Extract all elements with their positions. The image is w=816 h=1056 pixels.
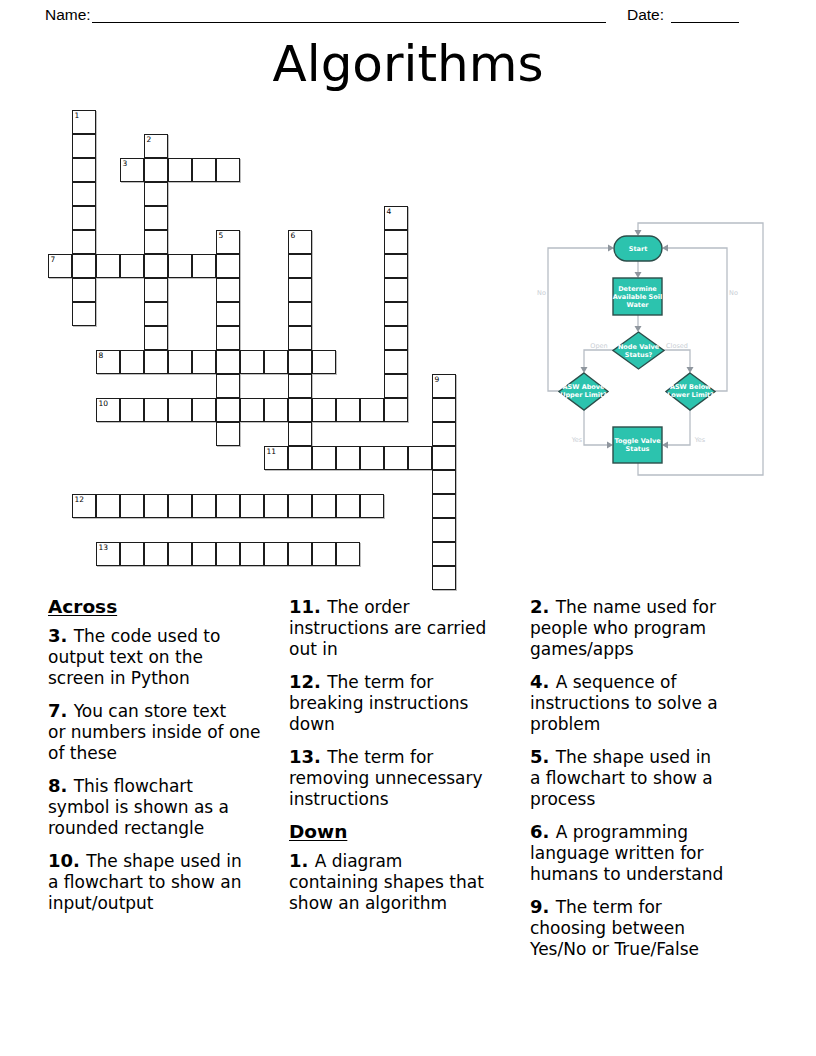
arrow-into-valve-status [635, 326, 642, 332]
clues-column-1: Across3. The code used to output text on… [48, 596, 289, 971]
grid-cell-r12c16[interactable] [432, 398, 456, 422]
connector-yes-left [584, 410, 607, 445]
grid-cell-r18c6[interactable] [192, 542, 216, 566]
clue-12-number: 12. [289, 671, 327, 692]
grid-cell-r18c5[interactable] [168, 542, 192, 566]
clue-4-text: A sequence of instructions to solve a pr… [530, 672, 718, 734]
clue-number-5: 5 [219, 231, 224, 240]
grid-cell-r6c4[interactable] [144, 254, 168, 278]
valve-status-text-line2: Status? [625, 351, 653, 359]
grid-cell-r9c7[interactable] [216, 326, 240, 350]
grid-cell-r1c1[interactable] [72, 134, 96, 158]
toggle-text-line1: Toggle Valve [614, 437, 661, 445]
grid-cell-r18c3[interactable] [120, 542, 144, 566]
clue-number-2: 2 [147, 135, 152, 144]
grid-cell-r6c7[interactable] [216, 254, 240, 278]
grid-cell-r3c4[interactable] [144, 182, 168, 206]
clue-number-11: 11 [267, 447, 277, 456]
grid-cell-r0c1[interactable]: 1 [72, 110, 96, 134]
clue-number-1: 1 [75, 111, 80, 120]
determine-text-line2: Available Soil [613, 293, 662, 301]
clue-number-13: 13 [99, 543, 109, 552]
grid-cell-r18c11[interactable] [312, 542, 336, 566]
grid-cell-r6c2[interactable] [96, 254, 120, 278]
clue-11: 11. The order instructions are carried o… [289, 596, 530, 660]
clue-number-9: 9 [435, 375, 440, 384]
start-text: Start [629, 245, 648, 253]
grid-cell-r7c4[interactable] [144, 278, 168, 302]
grid-cell-r12c13[interactable] [360, 398, 384, 422]
grid-cell-r6c0[interactable]: 7 [48, 254, 72, 278]
grid-cell-r13c10[interactable] [288, 422, 312, 446]
clue-9-number: 9. [530, 896, 556, 917]
clue-number-3: 3 [123, 159, 128, 168]
grid-cell-r10c14[interactable] [384, 350, 408, 374]
grid-cell-r6c10[interactable] [288, 254, 312, 278]
grid-cell-r9c14[interactable] [384, 326, 408, 350]
grid-cell-r9c10[interactable] [288, 326, 312, 350]
grid-cell-r14c14[interactable] [384, 446, 408, 470]
grid-cell-r4c14[interactable]: 4 [384, 206, 408, 230]
clue-number-10: 10 [99, 399, 109, 408]
grid-cell-r12c11[interactable] [312, 398, 336, 422]
clue-number-6: 6 [291, 231, 296, 240]
grid-cell-r17c16[interactable] [432, 518, 456, 542]
asw-above-text-line2: Upper Limit? [560, 391, 607, 399]
grid-cell-r16c9[interactable] [264, 494, 288, 518]
connector-no-left [548, 248, 608, 391]
closed-edge-label: Closed [666, 342, 688, 350]
no-right-edge-label: No [729, 289, 738, 297]
worksheet-page: Name: Date: Algorithms 12345678910111213 [0, 0, 816, 1056]
grid-cell-r10c10[interactable] [288, 350, 312, 374]
grid-cell-r2c4[interactable] [144, 158, 168, 182]
open-edge-label: Open [590, 342, 607, 350]
arrow-into-toggle-right [662, 442, 668, 449]
grid-cell-r5c4[interactable] [144, 230, 168, 254]
clue-8: 8. This flowchart symbol is shown as a r… [48, 775, 289, 839]
arrow-into-asw-below [687, 367, 694, 373]
date-blank-line[interactable] [671, 6, 739, 23]
grid-cell-r6c5[interactable] [168, 254, 192, 278]
grid-cell-r4c1[interactable] [72, 206, 96, 230]
clues-heading-down: Down [289, 821, 530, 842]
asw-below-text-line2: Lower Limit? [667, 391, 714, 399]
clue-5: 5. The shape used in a flowchart to show… [530, 746, 786, 810]
grid-cell-r10c5[interactable] [168, 350, 192, 374]
grid-cell-r18c7[interactable] [216, 542, 240, 566]
grid-cell-r2c6[interactable] [192, 158, 216, 182]
clue-4-number: 4. [530, 671, 556, 692]
grid-cell-r18c10[interactable] [288, 542, 312, 566]
yes-left-edge-label: Yes [571, 436, 583, 444]
grid-cell-r10c7[interactable] [216, 350, 240, 374]
determine-text-line1: Determine [618, 285, 657, 293]
clue-3: 3. The code used to output text on the s… [48, 625, 289, 689]
grid-cell-r18c16[interactable] [432, 542, 456, 566]
grid-cell-r12c10[interactable] [288, 398, 312, 422]
grid-cell-r13c16[interactable] [432, 422, 456, 446]
clue-8-text: This flowchart symbol is shown as a roun… [48, 776, 229, 838]
clue-number-4: 4 [387, 207, 392, 216]
grid-cell-r8c4[interactable] [144, 302, 168, 326]
arrow-into-start-right [662, 245, 668, 252]
grid-cell-r16c4[interactable] [144, 494, 168, 518]
clue-3-text: The code used to output text on the scre… [48, 626, 220, 688]
name-label: Name: [45, 6, 91, 24]
grid-cell-r2c3[interactable]: 3 [120, 158, 144, 182]
toggle-text-line2: Status [626, 445, 650, 453]
grid-cell-r15c16[interactable] [432, 470, 456, 494]
grid-cell-r11c16[interactable]: 9 [432, 374, 456, 398]
grid-cell-r12c4[interactable] [144, 398, 168, 422]
grid-cell-r16c8[interactable] [240, 494, 264, 518]
flowchart-image: Start Determine Available Soil Water Nod… [531, 218, 771, 480]
clue-1-text: A diagram containing shapes that show an… [289, 851, 484, 913]
grid-cell-r14c9[interactable]: 11 [264, 446, 288, 470]
clue-2-text: The name used for people who program gam… [530, 597, 716, 659]
clue-6: 6. A programming language written for hu… [530, 821, 786, 885]
connector-open-branch [584, 350, 614, 367]
clues-column-3: 2. The name used for people who program … [530, 596, 786, 971]
grid-cell-r16c7[interactable] [216, 494, 240, 518]
grid-cell-r5c14[interactable] [384, 230, 408, 254]
grid-cell-r12c14[interactable] [384, 398, 408, 422]
grid-cell-r8c1[interactable] [72, 302, 96, 326]
grid-cell-r10c6[interactable] [192, 350, 216, 374]
grid-cell-r12c9[interactable] [264, 398, 288, 422]
clue-3-number: 3. [48, 625, 74, 646]
clue-number-7: 7 [51, 255, 56, 264]
grid-cell-r7c10[interactable] [288, 278, 312, 302]
clue-2-number: 2. [530, 596, 556, 617]
clues-column-2: 11. The order instructions are carried o… [289, 596, 530, 971]
grid-cell-r8c10[interactable] [288, 302, 312, 326]
clue-7-number: 7. [48, 700, 74, 721]
grid-cell-r6c14[interactable] [384, 254, 408, 278]
connector-closed-branch [663, 350, 690, 367]
clue-5-number: 5. [530, 746, 556, 767]
crossword-grid: 12345678910111213 [48, 110, 456, 590]
grid-cell-r18c2[interactable]: 13 [96, 542, 120, 566]
clues-heading-across: Across [48, 596, 289, 617]
arrow-into-determine [635, 272, 642, 278]
grid-cell-r5c1[interactable] [72, 230, 96, 254]
grid-cell-r12c8[interactable] [240, 398, 264, 422]
grid-cell-r6c1[interactable] [72, 254, 96, 278]
grid-cell-r2c5[interactable] [168, 158, 192, 182]
grid-cell-r3c1[interactable] [72, 182, 96, 206]
grid-cell-r18c9[interactable] [264, 542, 288, 566]
grid-cell-r16c16[interactable] [432, 494, 456, 518]
clue-11-number: 11. [289, 596, 327, 617]
clue-12: 12. The term for breaking instructions d… [289, 671, 530, 735]
page-title: Algorithms [0, 38, 816, 90]
grid-cell-r10c9[interactable] [264, 350, 288, 374]
grid-cell-r11c10[interactable] [288, 374, 312, 398]
grid-cell-r11c14[interactable] [384, 374, 408, 398]
grid-cell-r11c7[interactable] [216, 374, 240, 398]
grid-cell-r2c7[interactable] [216, 158, 240, 182]
grid-cell-r12c2[interactable]: 10 [96, 398, 120, 422]
asw-below-text-line1: ASW Below [670, 383, 711, 391]
grid-cell-r10c4[interactable] [144, 350, 168, 374]
grid-cell-r12c3[interactable] [120, 398, 144, 422]
clue-4: 4. A sequence of instructions to solve a… [530, 671, 786, 735]
arrow-into-start-top [635, 230, 642, 236]
clue-13: 13. The term for removing unnecessary in… [289, 746, 530, 810]
determine-text-line3: Water [626, 301, 649, 309]
yes-right-edge-label: Yes [694, 436, 706, 444]
grid-cell-r19c16[interactable] [432, 566, 456, 590]
clue-number-12: 12 [75, 495, 85, 504]
clue-10-number: 10. [48, 850, 86, 871]
grid-cell-r16c13[interactable] [360, 494, 384, 518]
grid-cell-r8c14[interactable] [384, 302, 408, 326]
clue-1: 1. A diagram containing shapes that show… [289, 850, 530, 914]
clue-2: 2. The name used for people who program … [530, 596, 786, 660]
grid-cell-r7c1[interactable] [72, 278, 96, 302]
grid-cell-r10c11[interactable] [312, 350, 336, 374]
connector-yes-right [668, 410, 690, 445]
grid-cell-r18c4[interactable] [144, 542, 168, 566]
grid-cell-r14c13[interactable] [360, 446, 384, 470]
valve-status-text-line1: Node Valve [618, 343, 660, 351]
grid-cell-r10c2[interactable]: 8 [96, 350, 120, 374]
grid-cell-r12c7[interactable] [216, 398, 240, 422]
grid-cell-r14c16[interactable] [432, 446, 456, 470]
clue-13-number: 13. [289, 746, 327, 767]
clue-7: 7. You can store text or numbers inside … [48, 700, 289, 764]
arrow-into-toggle-left [607, 442, 613, 449]
clue-8-number: 8. [48, 775, 74, 796]
grid-cell-r4c4[interactable] [144, 206, 168, 230]
clue-10: 10. The shape used in a flowchart to sho… [48, 850, 289, 914]
grid-cell-r9c4[interactable] [144, 326, 168, 350]
grid-cell-r1c4[interactable]: 2 [144, 134, 168, 158]
grid-cell-r16c1[interactable]: 12 [72, 494, 96, 518]
connector-no-right [668, 248, 727, 391]
grid-cell-r16c2[interactable] [96, 494, 120, 518]
grid-cell-r13c7[interactable] [216, 422, 240, 446]
grid-cell-r16c10[interactable] [288, 494, 312, 518]
grid-cell-r16c11[interactable] [312, 494, 336, 518]
grid-cell-r10c8[interactable] [240, 350, 264, 374]
clues-section: Across3. The code used to output text on… [48, 596, 788, 971]
grid-cell-r18c8[interactable] [240, 542, 264, 566]
clue-number-8: 8 [99, 351, 104, 360]
grid-cell-r5c7[interactable]: 5 [216, 230, 240, 254]
grid-cell-r14c15[interactable] [408, 446, 432, 470]
clue-9-text: The term for choosing between Yes/No or … [530, 897, 699, 959]
grid-cell-r10c3[interactable] [120, 350, 144, 374]
arrow-into-asw-above [581, 367, 588, 373]
grid-cell-r12c6[interactable] [192, 398, 216, 422]
clue-9: 9. The term for choosing between Yes/No … [530, 896, 786, 960]
clue-6-text: A programming language written for human… [530, 822, 723, 884]
grid-cell-r12c5[interactable] [168, 398, 192, 422]
grid-cell-r14c11[interactable] [312, 446, 336, 470]
grid-cell-r16c12[interactable] [336, 494, 360, 518]
name-blank-line[interactable] [92, 6, 606, 23]
no-left-edge-label: No [537, 289, 546, 297]
grid-cell-r8c7[interactable] [216, 302, 240, 326]
grid-cell-r14c12[interactable] [336, 446, 360, 470]
grid-cell-r14c10[interactable] [288, 446, 312, 470]
grid-cell-r5c10[interactable]: 6 [288, 230, 312, 254]
grid-cell-r6c6[interactable] [192, 254, 216, 278]
date-label: Date: [627, 6, 664, 24]
clue-7-text: You can store text or numbers inside of … [48, 701, 261, 763]
grid-cell-r16c5[interactable] [168, 494, 192, 518]
grid-cell-r12c12[interactable] [336, 398, 360, 422]
grid-cell-r7c14[interactable] [384, 278, 408, 302]
grid-cell-r6c3[interactable] [120, 254, 144, 278]
clue-6-number: 6. [530, 821, 556, 842]
clue-5-text: The shape used in a flowchart to show a … [530, 747, 713, 809]
grid-cell-r16c6[interactable] [192, 494, 216, 518]
clue-1-number: 1. [289, 850, 315, 871]
grid-cell-r16c3[interactable] [120, 494, 144, 518]
asw-above-text-line1: ASW Above [563, 383, 606, 391]
arrow-into-start-left [608, 245, 614, 252]
grid-cell-r2c1[interactable] [72, 158, 96, 182]
grid-cell-r7c7[interactable] [216, 278, 240, 302]
grid-cell-r18c12[interactable] [336, 542, 360, 566]
